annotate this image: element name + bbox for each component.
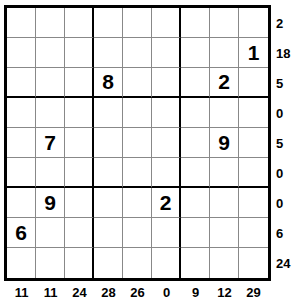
cell-r3c5[interactable] [123, 68, 152, 98]
cell-r2c8[interactable] [210, 38, 239, 68]
cell-r7c9[interactable] [239, 188, 268, 218]
cell-r5c4[interactable] [94, 128, 123, 158]
cell-r3c1[interactable] [7, 68, 36, 98]
row-clue-9: 24 [276, 248, 294, 278]
cell-r8c6[interactable] [152, 218, 181, 248]
cell-r8c3[interactable] [65, 218, 94, 248]
col-clue-3: 24 [65, 285, 94, 300]
cell-r3c3[interactable] [65, 68, 94, 98]
cell-r7c6-given[interactable]: 2 [152, 188, 181, 218]
row-clue-4: 0 [276, 98, 294, 128]
cell-r9c5[interactable] [123, 248, 152, 278]
cell-r1c3[interactable] [65, 8, 94, 38]
cell-r2c9-given[interactable]: 1 [239, 38, 268, 68]
row-clue-2: 18 [276, 38, 294, 68]
cell-r7c7[interactable] [181, 188, 210, 218]
cell-r6c7[interactable] [181, 158, 210, 188]
cell-r2c5[interactable] [123, 38, 152, 68]
cell-r2c7[interactable] [181, 38, 210, 68]
cell-r1c7[interactable] [181, 8, 210, 38]
cell-r4c1[interactable] [7, 98, 36, 128]
cell-r2c2[interactable] [36, 38, 65, 68]
cell-r9c2[interactable] [36, 248, 65, 278]
cell-r4c5[interactable] [123, 98, 152, 128]
row-clue-1: 2 [276, 8, 294, 38]
puzzle-board: 18279926 21850500624 [4, 5, 294, 281]
cell-r1c5[interactable] [123, 8, 152, 38]
cell-r2c4[interactable] [94, 38, 123, 68]
row-clue-6: 0 [276, 158, 294, 188]
cell-r7c3[interactable] [65, 188, 94, 218]
row-clue-7: 0 [276, 188, 294, 218]
cell-r5c1[interactable] [7, 128, 36, 158]
cell-r5c9[interactable] [239, 128, 268, 158]
cell-r1c9[interactable] [239, 8, 268, 38]
cell-r6c2[interactable] [36, 158, 65, 188]
cell-r3c4-given[interactable]: 8 [94, 68, 123, 98]
col-clue-2: 11 [36, 285, 65, 300]
col-clue-4: 28 [94, 285, 123, 300]
cell-r9c9[interactable] [239, 248, 268, 278]
cell-r9c4[interactable] [94, 248, 123, 278]
cell-r6c4[interactable] [94, 158, 123, 188]
cell-r1c4[interactable] [94, 8, 123, 38]
cell-r4c9[interactable] [239, 98, 268, 128]
cell-r8c4[interactable] [94, 218, 123, 248]
cell-r6c5[interactable] [123, 158, 152, 188]
cell-r1c6[interactable] [152, 8, 181, 38]
cell-r7c1[interactable] [7, 188, 36, 218]
sudoku-grid: 18279926 [4, 5, 271, 281]
col-clues: 1111242826091229 [7, 285, 268, 300]
cell-r8c1-given[interactable]: 6 [7, 218, 36, 248]
cell-r9c6[interactable] [152, 248, 181, 278]
cell-r1c1[interactable] [7, 8, 36, 38]
cell-r8c7[interactable] [181, 218, 210, 248]
cell-r4c8[interactable] [210, 98, 239, 128]
cell-r9c8[interactable] [210, 248, 239, 278]
col-clue-9: 29 [239, 285, 268, 300]
cell-r3c8-given[interactable]: 2 [210, 68, 239, 98]
cell-r7c2-given[interactable]: 9 [36, 188, 65, 218]
cell-r6c1[interactable] [7, 158, 36, 188]
cell-r3c6[interactable] [152, 68, 181, 98]
row-clue-3: 5 [276, 68, 294, 98]
cell-r5c2-given[interactable]: 7 [36, 128, 65, 158]
cell-r3c2[interactable] [36, 68, 65, 98]
cell-r2c1[interactable] [7, 38, 36, 68]
col-clue-6: 0 [152, 285, 181, 300]
row-clues: 21850500624 [276, 5, 294, 278]
cell-r9c3[interactable] [65, 248, 94, 278]
col-clue-7: 9 [181, 285, 210, 300]
row-clue-8: 6 [276, 218, 294, 248]
cell-r2c3[interactable] [65, 38, 94, 68]
cell-r6c6[interactable] [152, 158, 181, 188]
col-clue-5: 26 [123, 285, 152, 300]
cell-r4c4[interactable] [94, 98, 123, 128]
cell-r5c6[interactable] [152, 128, 181, 158]
cell-r6c3[interactable] [65, 158, 94, 188]
cell-r3c9[interactable] [239, 68, 268, 98]
col-clue-1: 11 [7, 285, 36, 300]
cell-r8c2[interactable] [36, 218, 65, 248]
cell-r5c5[interactable] [123, 128, 152, 158]
cell-r7c5[interactable] [123, 188, 152, 218]
cell-r7c4[interactable] [94, 188, 123, 218]
cell-r5c7[interactable] [181, 128, 210, 158]
cell-r9c7[interactable] [181, 248, 210, 278]
cell-r4c3[interactable] [65, 98, 94, 128]
cell-r2c6[interactable] [152, 38, 181, 68]
cell-r1c8[interactable] [210, 8, 239, 38]
cell-r9c1[interactable] [7, 248, 36, 278]
row-clue-5: 5 [276, 128, 294, 158]
cell-r8c8[interactable] [210, 218, 239, 248]
cell-r7c8[interactable] [210, 188, 239, 218]
cell-r6c8[interactable] [210, 158, 239, 188]
col-clue-8: 12 [210, 285, 239, 300]
cell-r6c9[interactable] [239, 158, 268, 188]
cell-r8c9[interactable] [239, 218, 268, 248]
cell-r5c8-given[interactable]: 9 [210, 128, 239, 158]
cell-r3c7[interactable] [181, 68, 210, 98]
cell-r4c2[interactable] [36, 98, 65, 128]
cell-r4c7[interactable] [181, 98, 210, 128]
cell-r4c6[interactable] [152, 98, 181, 128]
cell-r8c5[interactable] [123, 218, 152, 248]
cell-r5c3[interactable] [65, 128, 94, 158]
cell-r1c2[interactable] [36, 8, 65, 38]
